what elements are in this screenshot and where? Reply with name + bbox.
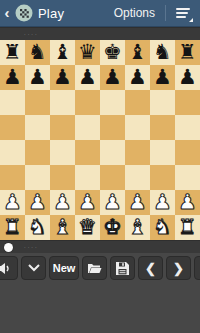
- speaker-icon: [0, 262, 12, 275]
- piece-white-knight: ♞: [153, 215, 172, 240]
- square-b3[interactable]: [25, 165, 50, 190]
- piece-black-king: ♚: [103, 40, 122, 65]
- square-a5[interactable]: [0, 115, 25, 140]
- square-f2[interactable]: ♟: [125, 190, 150, 215]
- square-b7[interactable]: ♟: [25, 65, 50, 90]
- square-e2[interactable]: ♟: [100, 190, 125, 215]
- piece-white-rook: ♜: [3, 215, 22, 240]
- open-button[interactable]: [82, 256, 107, 280]
- app-screen: ‹ Play Options ···· ♜♞♝♛♚♝♞♜♟♟♟♟♟♟♟♟♟♟♟♟: [0, 0, 200, 333]
- menu-corner-icon: [189, 18, 193, 22]
- sound-button[interactable]: [0, 256, 18, 280]
- square-c7[interactable]: ♟: [50, 65, 75, 90]
- square-g5[interactable]: [150, 115, 175, 140]
- square-d8[interactable]: ♛: [75, 40, 100, 65]
- square-b6[interactable]: [25, 90, 50, 115]
- bottom-filler: [0, 283, 200, 333]
- square-a4[interactable]: [0, 140, 25, 165]
- square-g2[interactable]: ♟: [150, 190, 175, 215]
- menu-icon: [176, 8, 190, 19]
- piece-white-bishop: ♝: [128, 215, 147, 240]
- square-g7[interactable]: ♟: [150, 65, 175, 90]
- piece-white-pawn: ♟: [3, 190, 22, 215]
- square-e4[interactable]: [100, 140, 125, 165]
- square-h6[interactable]: [175, 90, 200, 115]
- square-d5[interactable]: [75, 115, 100, 140]
- save-button[interactable]: [110, 256, 135, 280]
- piece-black-queen: ♛: [78, 40, 97, 65]
- status-ticks: ····: [24, 31, 39, 37]
- toolbar: New ❮ ❯ ▶: [0, 253, 200, 283]
- square-d6[interactable]: [75, 90, 100, 115]
- square-h1[interactable]: ♜: [175, 215, 200, 240]
- square-e8[interactable]: ♚: [100, 40, 125, 65]
- piece-white-knight: ♞: [28, 215, 47, 240]
- square-d7[interactable]: ♟: [75, 65, 100, 90]
- back-icon[interactable]: ‹: [0, 0, 14, 26]
- square-e6[interactable]: [100, 90, 125, 115]
- square-e1[interactable]: ♚: [100, 215, 125, 240]
- square-e3[interactable]: [100, 165, 125, 190]
- square-f3[interactable]: [125, 165, 150, 190]
- piece-white-pawn: ♟: [103, 190, 122, 215]
- piece-black-pawn: ♟: [3, 65, 22, 90]
- piece-black-pawn: ♟: [28, 65, 47, 90]
- square-f6[interactable]: [125, 90, 150, 115]
- chevron-down-icon: [28, 264, 40, 272]
- square-g1[interactable]: ♞: [150, 215, 175, 240]
- piece-white-pawn: ♟: [78, 190, 97, 215]
- piece-black-bishop: ♝: [53, 40, 72, 65]
- square-c5[interactable]: [50, 115, 75, 140]
- piece-white-pawn: ♟: [53, 190, 72, 215]
- square-b2[interactable]: ♟: [25, 190, 50, 215]
- piece-white-rook: ♜: [178, 215, 197, 240]
- piece-white-pawn: ♟: [178, 190, 197, 215]
- square-c1[interactable]: ♝: [50, 215, 75, 240]
- square-e5[interactable]: [100, 115, 125, 140]
- square-g3[interactable]: [150, 165, 175, 190]
- square-h5[interactable]: [175, 115, 200, 140]
- square-a2[interactable]: ♟: [0, 190, 25, 215]
- square-a7[interactable]: ♟: [0, 65, 25, 90]
- piece-white-king: ♚: [103, 215, 122, 240]
- page-title: Play: [38, 6, 64, 21]
- piece-black-pawn: ♟: [128, 65, 147, 90]
- square-f1[interactable]: ♝: [125, 215, 150, 240]
- piece-black-rook: ♜: [178, 40, 197, 65]
- square-h4[interactable]: [175, 140, 200, 165]
- square-g8[interactable]: ♞: [150, 40, 175, 65]
- square-g6[interactable]: [150, 90, 175, 115]
- square-f8[interactable]: ♝: [125, 40, 150, 65]
- piece-white-pawn: ♟: [128, 190, 147, 215]
- square-b5[interactable]: [25, 115, 50, 140]
- options-button[interactable]: Options: [104, 0, 165, 26]
- square-a3[interactable]: [0, 165, 25, 190]
- play-button[interactable]: ▶: [194, 256, 200, 280]
- seekbar-thumb[interactable]: [4, 243, 13, 252]
- chess-board[interactable]: ♜♞♝♛♚♝♞♜♟♟♟♟♟♟♟♟♟♟♟♟♟♟♟♟♜♞♝♛♚♝♞♜: [0, 40, 200, 240]
- piece-black-pawn: ♟: [78, 65, 97, 90]
- square-c8[interactable]: ♝: [50, 40, 75, 65]
- square-d3[interactable]: [75, 165, 100, 190]
- square-d1[interactable]: ♛: [75, 215, 100, 240]
- piece-black-rook: ♜: [3, 40, 22, 65]
- square-b1[interactable]: ♞: [25, 215, 50, 240]
- move-forward-button[interactable]: ❯: [166, 256, 191, 280]
- piece-black-pawn: ♟: [178, 65, 197, 90]
- square-c2[interactable]: ♟: [50, 190, 75, 215]
- square-b4[interactable]: [25, 140, 50, 165]
- square-d2[interactable]: ♟: [75, 190, 100, 215]
- game-seekbar[interactable]: ····: [0, 240, 200, 253]
- square-h2[interactable]: ♟: [175, 190, 200, 215]
- menu-button[interactable]: [166, 0, 200, 26]
- square-f4[interactable]: [125, 140, 150, 165]
- piece-white-pawn: ♟: [153, 190, 172, 215]
- app-logo-icon: [15, 4, 33, 22]
- square-a8[interactable]: ♜: [0, 40, 25, 65]
- piece-black-knight: ♞: [153, 40, 172, 65]
- square-b8[interactable]: ♞: [25, 40, 50, 65]
- square-c3[interactable]: [50, 165, 75, 190]
- seekbar-ticks: ····: [24, 244, 39, 250]
- piece-black-pawn: ♟: [153, 65, 172, 90]
- square-d4[interactable]: [75, 140, 100, 165]
- square-g4[interactable]: [150, 140, 175, 165]
- piece-black-pawn: ♟: [53, 65, 72, 90]
- square-c6[interactable]: [50, 90, 75, 115]
- square-h3[interactable]: [175, 165, 200, 190]
- titlebar: ‹ Play Options: [0, 0, 200, 27]
- piece-black-bishop: ♝: [128, 40, 147, 65]
- square-c4[interactable]: [50, 140, 75, 165]
- square-h7[interactable]: ♟: [175, 65, 200, 90]
- new-game-button[interactable]: New: [49, 256, 79, 280]
- square-f7[interactable]: ♟: [125, 65, 150, 90]
- square-a1[interactable]: ♜: [0, 215, 25, 240]
- expand-button[interactable]: [21, 256, 46, 280]
- square-h8[interactable]: ♜: [175, 40, 200, 65]
- square-e7[interactable]: ♟: [100, 65, 125, 90]
- status-strip: ····: [0, 27, 200, 40]
- piece-white-bishop: ♝: [53, 215, 72, 240]
- open-folder-icon: [87, 262, 102, 274]
- piece-black-pawn: ♟: [103, 65, 122, 90]
- move-back-button[interactable]: ❮: [138, 256, 163, 280]
- piece-white-pawn: ♟: [28, 190, 47, 215]
- square-a6[interactable]: [0, 90, 25, 115]
- piece-black-knight: ♞: [28, 40, 47, 65]
- piece-white-queen: ♛: [78, 215, 97, 240]
- square-f5[interactable]: [125, 115, 150, 140]
- floppy-disk-icon: [116, 262, 129, 275]
